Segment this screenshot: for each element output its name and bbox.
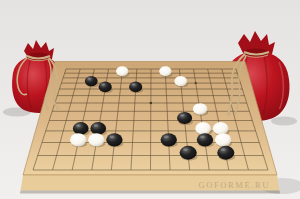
stone-highlight bbox=[87, 78, 91, 80]
white-stone bbox=[159, 66, 171, 76]
black-stone bbox=[90, 122, 106, 135]
black-stone bbox=[85, 76, 98, 86]
black-stone bbox=[197, 133, 213, 146]
stone-highlight bbox=[164, 136, 169, 139]
stone-highlight bbox=[180, 114, 185, 117]
stone-highlight bbox=[76, 124, 81, 127]
stone-highlight bbox=[183, 148, 188, 151]
right-bag-shadow bbox=[271, 117, 297, 126]
cord-knot bbox=[227, 112, 231, 116]
white-stone bbox=[193, 103, 208, 115]
stone-highlight bbox=[94, 124, 99, 127]
cord-knot bbox=[56, 107, 60, 111]
black-stone bbox=[129, 82, 142, 93]
white-stone bbox=[88, 133, 104, 146]
black-stone bbox=[73, 122, 89, 135]
stone-highlight bbox=[221, 148, 226, 151]
cord-knot bbox=[234, 112, 237, 115]
black-stone bbox=[99, 82, 112, 93]
white-stone bbox=[213, 122, 229, 135]
black-stone bbox=[217, 146, 234, 160]
go-board: GOFORME.RU bbox=[20, 62, 280, 194]
go-scene-svg: GOFORME.RU bbox=[0, 0, 300, 199]
black-stone bbox=[180, 146, 197, 160]
star-point bbox=[150, 102, 152, 104]
white-stone bbox=[70, 133, 86, 146]
black-stone bbox=[161, 133, 177, 146]
white-stone bbox=[174, 76, 187, 86]
stone-highlight bbox=[200, 136, 205, 139]
board-bottom-shadow bbox=[20, 191, 280, 194]
stone-highlight bbox=[132, 83, 136, 85]
cord-knot bbox=[46, 107, 49, 110]
star-point bbox=[195, 82, 197, 84]
board-engraving: GOFORME.RU bbox=[199, 180, 271, 190]
white-stone bbox=[215, 133, 231, 146]
stone-highlight bbox=[101, 83, 105, 85]
stone-highlight bbox=[109, 136, 114, 139]
white-stone bbox=[116, 66, 128, 76]
black-stone bbox=[177, 112, 192, 124]
go-set-photo: GOFORME.RU bbox=[0, 0, 300, 199]
black-stone bbox=[106, 133, 122, 146]
white-stone bbox=[195, 122, 211, 135]
